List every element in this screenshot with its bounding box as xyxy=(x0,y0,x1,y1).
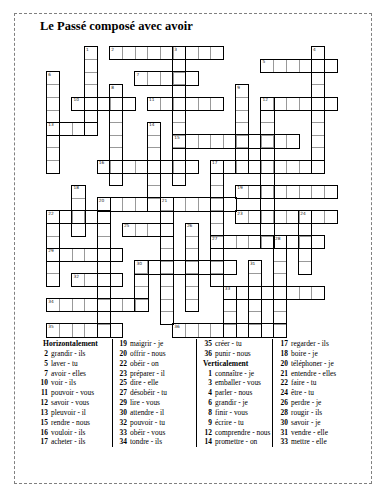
clue-number: 14 xyxy=(199,437,212,447)
clue-number: 5 xyxy=(24,359,48,369)
clue-number: 20 xyxy=(275,359,288,369)
clue-line-23: 23préparer - il xyxy=(115,369,196,379)
clue-number: 30 xyxy=(275,418,288,428)
cell-number-31: 31 xyxy=(250,262,255,266)
clue-number: 28 xyxy=(275,408,288,418)
clue-line-12: 12comprendre - nous xyxy=(199,428,272,438)
clue-number: 10 xyxy=(24,378,48,388)
clue-text: finir - vous xyxy=(215,408,248,418)
word-outline-down-18 xyxy=(71,185,85,237)
clue-line-20: 20téléphoner - je xyxy=(275,359,368,369)
clue-column-1: Horizontalement2grandir - ils5laver - tu… xyxy=(24,339,112,447)
clue-text: grandir - je xyxy=(215,398,248,408)
clue-text: obéir - vous xyxy=(130,428,165,438)
clue-number: 27 xyxy=(115,388,127,398)
clue-line-13: 13pleuvoir - il xyxy=(24,408,112,418)
clue-text: vouloir - ils xyxy=(51,428,86,438)
clue-number: 6 xyxy=(199,398,212,408)
cell-number-23: 23 xyxy=(237,212,242,216)
cell-number-8: 8 xyxy=(111,86,114,90)
clue-text: mettre - elle xyxy=(291,437,327,447)
clue-column-3: 35créer - tu36punir - nousVerticalement1… xyxy=(196,339,272,447)
clue-text: être - tu xyxy=(291,388,314,398)
cell-number-2: 2 xyxy=(111,48,114,52)
clue-line-19: 19maigrir - je xyxy=(115,339,196,349)
clue-line-16: 16vouloir - ils xyxy=(24,428,112,438)
clue-text: maigrir - je xyxy=(130,339,163,349)
clue-text: emballer - vous xyxy=(215,378,261,388)
word-outline-across-23 xyxy=(235,210,337,224)
clue-text: écrire - tu xyxy=(215,418,244,428)
clue-line-30: 30savoir - je xyxy=(275,418,368,428)
clue-line-4: 4parler - nous xyxy=(199,388,272,398)
clue-line-10: 10voir - ils xyxy=(24,378,112,388)
clue-number: 33 xyxy=(275,437,288,447)
cell-number-33: 33 xyxy=(225,287,230,291)
clue-line-29: 29lire - vous xyxy=(115,398,196,408)
clue-text: pouvoir - tu xyxy=(130,418,165,428)
clue-number: 35 xyxy=(199,339,212,349)
clue-number: 2 xyxy=(24,349,48,359)
clue-number: 34 xyxy=(115,437,127,447)
clue-text: grandir - ils xyxy=(51,349,85,359)
word-outline-down-33 xyxy=(223,286,237,338)
word-outline-down-20 xyxy=(97,197,111,337)
clue-number: 16 xyxy=(24,428,48,438)
cell-number-4: 4 xyxy=(313,48,316,52)
clue-number: 25 xyxy=(115,378,127,388)
clue-line-20: 20offrir - nous xyxy=(115,349,196,359)
cell-number-27: 27 xyxy=(212,237,217,241)
word-outline-down-26 xyxy=(185,223,199,313)
clue-line-8: 8finir - vous xyxy=(199,408,272,418)
clue-text: obéir - on xyxy=(130,359,159,369)
cell-number-14: 14 xyxy=(149,123,154,127)
clue-line-1: 1connaître - je xyxy=(199,369,272,379)
cell-number-17: 17 xyxy=(212,161,217,165)
clue-number: 21 xyxy=(275,369,288,379)
cell-number-36: 36 xyxy=(174,325,179,329)
clue-text: désobéir - tu xyxy=(130,388,167,398)
word-outline-across-7 xyxy=(134,71,199,85)
cell-number-10: 10 xyxy=(74,98,79,102)
clue-text: regarder - ils xyxy=(291,339,329,349)
cell-number-34: 34 xyxy=(48,300,53,304)
word-outline-across-10 xyxy=(71,97,136,111)
clue-number: 32 xyxy=(115,418,127,428)
clue-text: rendre - nous xyxy=(51,418,90,428)
clue-number: 29 xyxy=(115,398,127,408)
cell-number-9: 9 xyxy=(237,86,240,90)
clue-text: acheter - ils xyxy=(51,437,85,447)
clue-text: comprendre - nous xyxy=(215,428,270,438)
clue-number: 23 xyxy=(115,369,127,379)
word-outline-down-4 xyxy=(311,46,325,174)
cell-number-19: 19 xyxy=(237,186,242,190)
clue-line-18: 18boire - je xyxy=(275,349,368,359)
clue-column-4: 17regarder - ils18boire - je20téléphoner… xyxy=(272,339,368,447)
clue-number: 19 xyxy=(115,339,127,349)
word-outline-across-35 xyxy=(46,323,123,337)
word-outline-down-30 xyxy=(134,260,148,312)
clue-line-27: 27désobéir - tu xyxy=(115,388,196,398)
clue-text: créer - tu xyxy=(215,339,242,349)
clue-number: 12 xyxy=(24,398,48,408)
cell-number-25: 25 xyxy=(124,224,129,228)
clue-line-7: 7avoir - elles xyxy=(24,369,112,379)
clue-section-header: Verticalement xyxy=(203,359,272,369)
clue-number: 17 xyxy=(275,339,288,349)
clue-text: faire - tu xyxy=(291,378,316,388)
clue-line-12: 12savoir - vous xyxy=(24,398,112,408)
clue-text: entendre - elles xyxy=(291,369,336,379)
clue-line-3: 3emballer - vous xyxy=(199,378,272,388)
cell-number-5: 5 xyxy=(263,60,266,64)
cell-number-13: 13 xyxy=(48,123,53,127)
word-outline-down-24 xyxy=(298,210,312,275)
cell-number-26: 26 xyxy=(187,224,192,228)
clue-text: pleuvoir - il xyxy=(51,408,86,418)
clue-line-22: 22faire - tu xyxy=(275,378,368,388)
cell-number-30: 30 xyxy=(137,262,142,266)
clue-line-36: 36punir - nous xyxy=(199,349,272,359)
clue-text: perdre - je xyxy=(291,398,321,408)
clue-line-30: 30attendre - il xyxy=(115,408,196,418)
clue-line-33: 33obéir - vous xyxy=(115,428,196,438)
clue-number: 11 xyxy=(24,388,48,398)
clue-line-34: 34tondre - ils xyxy=(115,437,196,447)
clue-number: 36 xyxy=(199,349,212,359)
clue-line-2: 2grandir - ils xyxy=(24,349,112,359)
clue-text: attendre - il xyxy=(130,408,164,418)
word-outline-down-9 xyxy=(235,84,249,174)
clue-line-9: 9écrire - tu xyxy=(199,418,272,428)
clue-number: 9 xyxy=(199,418,212,428)
clue-line-6: 6grandir - je xyxy=(199,398,272,408)
clue-text: parler - nous xyxy=(215,388,252,398)
clue-number: 30 xyxy=(115,408,127,418)
clue-text: rougir - ils xyxy=(291,408,322,418)
clue-number: 33 xyxy=(115,428,127,438)
clue-text: connaître - je xyxy=(215,369,254,379)
word-outline-down-21 xyxy=(160,197,174,325)
clue-number: 3 xyxy=(199,378,212,388)
clue-number: 12 xyxy=(199,428,212,438)
cell-number-32: 32 xyxy=(74,275,79,279)
cell-number-35: 35 xyxy=(48,325,53,329)
clue-line-33: 33mettre - elle xyxy=(275,437,368,447)
clue-number: 7 xyxy=(24,369,48,379)
clue-text: boire - je xyxy=(291,349,318,359)
crossword-grid: 2571011121315161719202223252729303233343… xyxy=(47,47,337,337)
cell-number-3: 3 xyxy=(174,48,177,52)
clue-column-2: 19maigrir - je20offrir - nous22obéir - o… xyxy=(112,339,196,447)
clue-line-17: 17acheter - ils xyxy=(24,437,112,447)
clue-text: avoir - elles xyxy=(51,369,86,379)
word-outline-across-19 xyxy=(235,185,337,199)
clue-number: 1 xyxy=(199,369,212,379)
clue-text: promettre - on xyxy=(215,437,257,447)
word-outline-down-1 xyxy=(84,46,98,136)
clue-text: pouvoir - vous xyxy=(51,388,94,398)
clue-list: Horizontalement2grandir - ils5laver - tu… xyxy=(24,339,368,447)
clue-section-header: Horizontalement xyxy=(43,339,112,349)
clue-text: punir - nous xyxy=(215,349,251,359)
cell-number-7: 7 xyxy=(137,73,140,77)
clue-text: lire - vous xyxy=(130,398,160,408)
clue-number: 17 xyxy=(24,437,48,447)
clue-number: 13 xyxy=(24,408,48,418)
clue-number: 26 xyxy=(275,398,288,408)
word-outline-down-31 xyxy=(248,260,262,337)
clue-text: vendre - elle xyxy=(291,428,328,438)
clue-number: 8 xyxy=(199,408,212,418)
cell-number-24: 24 xyxy=(300,212,305,216)
clue-number: 31 xyxy=(275,428,288,438)
clue-line-11: 11pouvoir - vous xyxy=(24,388,112,398)
clue-line-35: 35créer - tu xyxy=(199,339,272,349)
clue-number: 22 xyxy=(275,378,288,388)
cell-number-28: 28 xyxy=(275,237,280,241)
clue-line-14: 14promettre - on xyxy=(199,437,272,447)
clue-line-21: 21entendre - elles xyxy=(275,369,368,379)
clue-text: téléphoner - je xyxy=(291,359,334,369)
clue-line-17: 17regarder - ils xyxy=(275,339,368,349)
cell-number-29: 29 xyxy=(48,249,53,253)
clue-line-32: 32pouvoir - tu xyxy=(115,418,196,428)
cell-number-1: 1 xyxy=(86,48,89,52)
clue-text: offrir - nous xyxy=(130,349,166,359)
clue-text: laver - tu xyxy=(51,359,78,369)
cell-number-6: 6 xyxy=(48,73,51,77)
word-outline-down-17 xyxy=(210,160,224,288)
word-outline-across-2 xyxy=(109,46,224,60)
clue-text: préparer - il xyxy=(130,369,165,379)
clue-number: 20 xyxy=(115,349,127,359)
cell-number-16: 16 xyxy=(99,161,104,165)
word-outline-down-8 xyxy=(109,84,123,186)
clue-line-26: 26perdre - je xyxy=(275,398,368,408)
clue-text: savoir - vous xyxy=(51,398,89,408)
clue-line-5: 5laver - tu xyxy=(24,359,112,369)
word-outline-down-3 xyxy=(172,46,186,186)
worksheet-page: Le Passé composé avec avoir 257101112131… xyxy=(0,0,386,500)
word-outline-across-5 xyxy=(260,59,337,73)
cell-number-18: 18 xyxy=(74,186,79,190)
clue-number: 15 xyxy=(24,418,48,428)
cell-number-15: 15 xyxy=(174,136,179,140)
clue-text: savoir - je xyxy=(291,418,321,428)
clue-line-24: 24être - tu xyxy=(275,388,368,398)
word-outline-down-12 xyxy=(260,97,274,250)
clue-number: 22 xyxy=(115,359,127,369)
cell-number-21: 21 xyxy=(162,199,167,203)
page-title: Le Passé composé avec avoir xyxy=(40,19,193,34)
clue-number: 18 xyxy=(275,349,288,359)
cell-number-11: 11 xyxy=(149,98,154,102)
clue-number: 24 xyxy=(275,388,288,398)
clue-line-22: 22obéir - on xyxy=(115,359,196,369)
clue-text: voir - ils xyxy=(51,378,76,388)
clue-line-28: 28rougir - ils xyxy=(275,408,368,418)
cell-number-22: 22 xyxy=(48,212,53,216)
clue-number: 4 xyxy=(199,388,212,398)
clue-text: tondre - ils xyxy=(130,437,162,447)
clue-line-31: 31vendre - elle xyxy=(275,428,368,438)
clue-text: dire - elle xyxy=(130,378,158,388)
cell-number-12: 12 xyxy=(263,98,268,102)
word-outline-down-28 xyxy=(273,235,287,337)
cell-number-20: 20 xyxy=(99,199,104,203)
clue-line-15: 15rendre - nous xyxy=(24,418,112,428)
clue-line-25: 25dire - elle xyxy=(115,378,196,388)
